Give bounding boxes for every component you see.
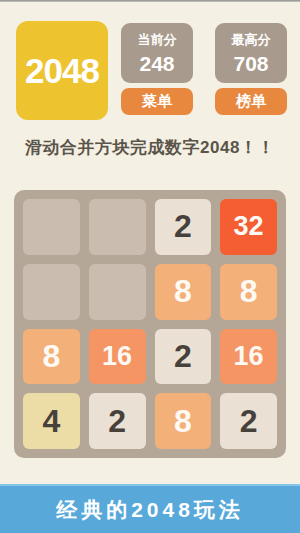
current-score-label: 当前分 [138, 31, 177, 49]
current-score-value: 248 [139, 52, 174, 76]
tile-2: 2 [155, 329, 212, 385]
window-top-edge [0, 0, 300, 2]
logo-2048-tile: 2048 [16, 21, 108, 120]
empty-cell [89, 199, 146, 255]
tile-8: 8 [220, 264, 277, 320]
empty-cell [23, 264, 80, 320]
best-score-box: 最高分 708 [215, 23, 287, 83]
current-score-box: 当前分 248 [121, 23, 193, 83]
tile-2: 2 [155, 199, 212, 255]
instruction-text: 滑动合并方块完成数字2048！！ [0, 136, 300, 159]
bottom-banner: 经典的2048玩法 [0, 484, 300, 533]
menu-button[interactable]: 菜单 [121, 88, 193, 115]
leaderboard-button[interactable]: 榜单 [215, 88, 287, 115]
best-score-label: 最高分 [232, 31, 271, 49]
best-score-value: 708 [233, 52, 268, 76]
empty-cell [23, 199, 80, 255]
empty-cell [89, 264, 146, 320]
tile-16: 16 [89, 329, 146, 385]
logo-text: 2048 [25, 51, 99, 91]
tile-16: 16 [220, 329, 277, 385]
tile-2: 2 [89, 393, 146, 449]
tile-2: 2 [220, 393, 277, 449]
tile-4: 4 [23, 393, 80, 449]
banner-text: 经典的2048玩法 [56, 496, 244, 524]
tile-8: 8 [155, 393, 212, 449]
tile-32: 32 [220, 199, 277, 255]
tile-8: 8 [155, 264, 212, 320]
tile-8: 8 [23, 329, 80, 385]
board[interactable]: 232888162164282 [14, 190, 286, 458]
